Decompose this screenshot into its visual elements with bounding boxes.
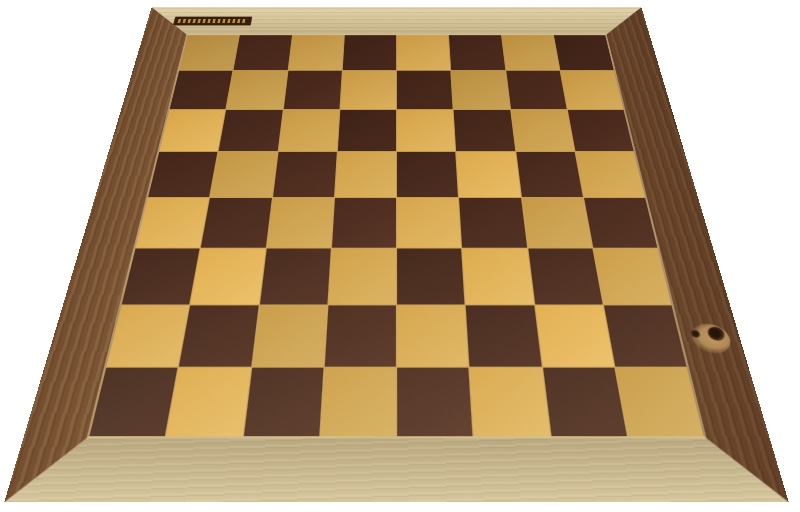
square-b8 [234,35,292,70]
square-f4 [459,198,526,248]
square-a2 [107,305,190,366]
square-e8 [397,35,451,70]
square-f6 [454,110,515,151]
square-a4 [136,198,210,248]
square-g4 [522,198,592,248]
square-a6 [159,110,225,151]
square-e2 [397,305,468,366]
square-g6 [511,110,575,151]
square-g7 [506,71,567,109]
chessboard [4,7,789,502]
square-e5 [397,152,458,197]
square-d5 [335,152,396,197]
square-f2 [466,305,541,366]
square-b7 [227,71,288,109]
square-a3 [122,249,200,304]
square-g1 [542,367,626,436]
square-b2 [179,305,258,366]
square-g8 [501,35,559,70]
square-d4 [332,198,396,248]
square-e4 [397,198,461,248]
square-c3 [259,249,330,304]
square-d8 [343,35,397,70]
square-a5 [148,152,218,197]
board-grid [89,35,703,436]
square-c1 [243,367,323,436]
square-e6 [397,110,455,151]
square-a1 [89,367,177,436]
square-h5 [575,152,645,197]
square-b1 [166,367,250,436]
square-a8 [179,35,239,70]
square-d3 [328,249,396,304]
square-d1 [320,367,396,436]
square-b4 [201,198,271,248]
square-d7 [340,71,396,109]
square-d2 [324,305,395,366]
square-b3 [191,249,266,304]
square-d6 [338,110,396,151]
square-e3 [397,249,465,304]
square-f1 [470,367,550,436]
square-c7 [283,71,341,109]
square-e7 [397,71,453,109]
square-h7 [560,71,623,109]
square-b6 [219,110,283,151]
square-h8 [554,35,614,70]
square-h6 [567,110,633,151]
square-c2 [252,305,327,366]
square-c5 [273,152,337,197]
square-e1 [397,367,473,436]
square-g5 [516,152,583,197]
square-h4 [584,198,658,248]
square-f7 [451,71,509,109]
square-g2 [535,305,614,366]
product-photo [0,0,800,512]
square-a7 [170,71,233,109]
square-f3 [462,249,533,304]
brand-plaque [173,17,253,26]
square-b5 [210,152,277,197]
square-f8 [449,35,505,70]
square-h3 [593,249,671,304]
square-c4 [266,198,333,248]
square-f5 [456,152,520,197]
square-c6 [278,110,339,151]
square-g3 [528,249,603,304]
square-c8 [288,35,344,70]
